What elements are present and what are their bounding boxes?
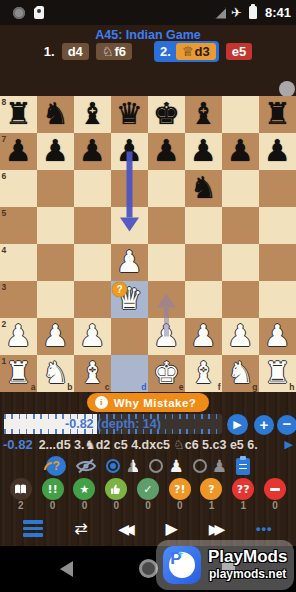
black-king-e8[interactable]: ♚: [148, 96, 185, 133]
white-pawn-e2[interactable]: ♟: [148, 318, 185, 355]
square-h1[interactable]: h♜: [259, 355, 296, 392]
hint-icon[interactable]: ?: [46, 456, 66, 476]
square-e4[interactable]: [148, 244, 185, 281]
move-number-2: 2.: [160, 44, 171, 59]
square-b8[interactable]: ♞: [37, 96, 74, 133]
square-c5[interactable]: [74, 207, 111, 244]
square-f1[interactable]: f♝: [185, 355, 222, 392]
square-h7[interactable]: ♟: [259, 133, 296, 170]
rank-label: 3: [2, 282, 7, 292]
square-h3[interactable]: [259, 281, 296, 318]
no-sim-icon: [214, 7, 226, 19]
playmods-url: playmods.net: [209, 567, 286, 581]
black-pawn-c7[interactable]: ♟: [74, 133, 111, 170]
playmods-logo: P +: [163, 546, 201, 584]
square-e8[interactable]: ♚: [148, 96, 185, 133]
forward-icon[interactable]: ▶▶: [209, 521, 226, 537]
annotation-great[interactable]: ★0: [71, 478, 97, 512]
square-d7[interactable]: ♟: [111, 133, 148, 170]
good-count: 0: [113, 501, 119, 511]
great-count: 0: [82, 501, 88, 511]
square-c2[interactable]: ♟: [74, 318, 111, 355]
square-e5[interactable]: [148, 207, 185, 244]
brilliant-count: 0: [50, 501, 56, 511]
square-c7[interactable]: ♟: [74, 133, 111, 170]
engine-plus-button[interactable]: +: [254, 415, 274, 435]
blunder-icon: ??: [232, 478, 254, 500]
square-h5[interactable]: [259, 207, 296, 244]
radio-white-side[interactable]: [149, 459, 163, 473]
square-f7[interactable]: ♟: [185, 133, 222, 170]
black-rook-a8[interactable]: ♜: [0, 96, 37, 133]
rank-label: 6: [2, 171, 7, 181]
square-d8[interactable]: ♛: [111, 96, 148, 133]
eye-off-icon[interactable]: [75, 458, 97, 474]
black-pawn-g7[interactable]: ♟: [222, 133, 259, 170]
sd-card-icon: [34, 6, 44, 19]
square-b6[interactable]: [37, 170, 74, 207]
engine-minus-button[interactable]: −: [277, 415, 296, 435]
square-c6[interactable]: [74, 170, 111, 207]
square-d5[interactable]: [111, 207, 148, 244]
square-c4[interactable]: [74, 244, 111, 281]
engine-line-more-icon[interactable]: ▶: [285, 438, 293, 451]
dubious-icon: ?!: [169, 478, 191, 500]
square-c8[interactable]: ♝: [74, 96, 111, 133]
black-pawn-d7[interactable]: ♟: [111, 133, 148, 170]
annotation-mistake[interactable]: ?1: [198, 478, 224, 512]
square-f5[interactable]: [185, 207, 222, 244]
move-number-1: 1.: [44, 44, 55, 59]
chess-board[interactable]: 8♜♞♝♛♚♝♜7♟♟♟♟♟♟♟♟6♞54♟3♛2♟♟♟♟♟♟♟1a♜b♞c♝d…: [0, 96, 296, 392]
ok-icon: ✓: [137, 478, 159, 500]
black-pawn-e7[interactable]: ♟: [148, 133, 185, 170]
annotation-dubious[interactable]: ?!0: [167, 478, 193, 512]
square-b1[interactable]: b♞: [37, 355, 74, 392]
engine-line-moves: 2...d5 3.♞d2 c5 4.dxc5 ♘c6 5.c3 e5 6.: [39, 437, 285, 452]
why-mistake-button[interactable]: i Why Mistake?: [87, 393, 210, 412]
square-a2[interactable]: 2♟: [0, 318, 37, 355]
eval-gauge[interactable]: -0.82 (depth: 14): [4, 414, 222, 434]
analysis-panel: i Why Mistake? -0.82 (depth: 14) ▶ + − -…: [0, 392, 296, 546]
square-f8[interactable]: ♝: [185, 96, 222, 133]
chess-analysis-app: ✈ 8:41 A45: Indian Game 1. d4 ♘f6 2. ♕d3…: [0, 0, 296, 592]
losing-icon: [264, 478, 286, 500]
clipboard-icon[interactable]: [236, 458, 250, 475]
square-g3[interactable]: [222, 281, 259, 318]
rank-label: 4: [2, 245, 7, 255]
mistake-icon: ?: [200, 478, 222, 500]
white-pawn-c2[interactable]: ♟: [74, 318, 111, 355]
white-rook-h1[interactable]: ♜: [259, 355, 296, 392]
clock: 8:41: [265, 5, 291, 20]
square-e6[interactable]: [148, 170, 185, 207]
square-d1[interactable]: d: [111, 355, 148, 392]
black-pawn-a7[interactable]: ♟: [0, 133, 37, 170]
annotation-good[interactable]: 0: [103, 478, 129, 512]
white-pawn-h2[interactable]: ♟: [259, 318, 296, 355]
brilliant-icon: !!: [42, 478, 64, 500]
square-b3[interactable]: [37, 281, 74, 318]
square-a3[interactable]: 3: [0, 281, 37, 318]
annotation-book-moves[interactable]: 2: [8, 478, 34, 512]
square-e3[interactable]: [148, 281, 185, 318]
playmods-title: PlayMods: [208, 547, 287, 567]
move-quality-counters: 2!!0★00✓0?!0?1??10: [0, 478, 296, 512]
square-f3[interactable]: [185, 281, 222, 318]
black-bishop-c8[interactable]: ♝: [74, 96, 111, 133]
white-pawn-b2[interactable]: ♟: [37, 318, 74, 355]
engine-play-button[interactable]: ▶: [227, 414, 248, 435]
white-rook-a1[interactable]: ♜: [0, 355, 37, 392]
back-icon[interactable]: [60, 561, 73, 577]
black-pawn-h7[interactable]: ♟: [259, 133, 296, 170]
opening-title-bar: A45: Indian Game: [0, 25, 296, 39]
white-pawn-d4[interactable]: ♟: [111, 244, 148, 281]
white-knight-b1[interactable]: ♞: [37, 355, 74, 392]
move-list: 1. d4 ♘f6 2. ♕d3 e5: [0, 40, 296, 62]
black-pawn-f7[interactable]: ♟: [185, 133, 222, 170]
square-g1[interactable]: g♞: [222, 355, 259, 392]
pawn-black-icon: ♟: [212, 456, 227, 476]
info-icon: i: [95, 396, 108, 409]
black-queen-d8[interactable]: ♛: [111, 96, 148, 133]
square-a5[interactable]: 5: [0, 207, 37, 244]
mistake-count: 1: [209, 501, 215, 511]
square-b5[interactable]: [37, 207, 74, 244]
rewind-icon[interactable]: ◀◀: [118, 521, 135, 537]
queen-glyph: ♕: [182, 44, 194, 59]
square-g5[interactable]: [222, 207, 259, 244]
flip-board-icon[interactable]: ⇄: [74, 521, 87, 537]
square-g7[interactable]: ♟: [222, 133, 259, 170]
square-a4[interactable]: 4: [0, 244, 37, 281]
play-icon[interactable]: ▶: [166, 521, 178, 537]
black-bishop-f8[interactable]: ♝: [185, 96, 222, 133]
book-moves-count: 2: [18, 501, 24, 511]
notification-dot-icon: [13, 7, 25, 19]
file-label: d: [141, 382, 146, 392]
engine-line-eval: -0.82: [3, 437, 33, 452]
square-b4[interactable]: [37, 244, 74, 281]
engine-line[interactable]: -0.82 2...d5 3.♞d2 c5 4.dxc5 ♘c6 5.c3 e5…: [0, 435, 296, 454]
black-knight-b8[interactable]: ♞: [37, 96, 74, 133]
airplane-mode-icon: ✈: [231, 6, 242, 19]
square-f2[interactable]: ♟: [185, 318, 222, 355]
floating-bubble[interactable]: [279, 81, 295, 97]
square-h8[interactable]: ♜: [259, 96, 296, 133]
pawn-both-icon: ♟: [125, 456, 140, 476]
white-bishop-c1[interactable]: ♝: [74, 355, 111, 392]
radio-black-side[interactable]: [193, 459, 207, 473]
radio-both-sides-selected[interactable]: [106, 459, 120, 473]
move-2-white-selected[interactable]: 2. ♕d3: [154, 41, 219, 62]
black-knight-f6[interactable]: ♞: [185, 170, 222, 207]
square-d4[interactable]: ♟: [111, 244, 148, 281]
white-bishop-f1[interactable]: ♝: [185, 355, 222, 392]
square-e1[interactable]: e♚: [148, 355, 185, 392]
book-moves-icon: [10, 478, 32, 500]
white-pawn-a2[interactable]: ♟: [0, 318, 37, 355]
square-a7[interactable]: 7♟: [0, 133, 37, 170]
square-b2[interactable]: ♟: [37, 318, 74, 355]
white-king-e1[interactable]: ♚: [148, 355, 185, 392]
annotation-losing[interactable]: 0: [262, 478, 288, 512]
white-pawn-f2[interactable]: ♟: [185, 318, 222, 355]
dubious-count: 0: [177, 501, 183, 511]
move-2-white-mistake[interactable]: ♕d3: [176, 43, 216, 60]
losing-count: 0: [272, 501, 278, 511]
annotation-brilliant[interactable]: !!0: [40, 478, 66, 512]
analysis-options: ? ♟ ♟ ♟: [0, 454, 296, 478]
android-status-bar: ✈ 8:41: [0, 0, 296, 25]
eval-label: -0.82 (depth: 14): [4, 414, 222, 434]
mistake-badge-icon: ?: [112, 282, 127, 297]
black-rook-h8[interactable]: ♜: [259, 96, 296, 133]
white-pawn-g2[interactable]: ♟: [222, 318, 259, 355]
move-2-black-blunder[interactable]: e5: [226, 43, 252, 60]
square-g6[interactable]: [222, 170, 259, 207]
square-f4[interactable]: [185, 244, 222, 281]
square-h6[interactable]: [259, 170, 296, 207]
square-f6[interactable]: ♞: [185, 170, 222, 207]
battery-icon: [249, 6, 257, 19]
square-a1[interactable]: 1a♜: [0, 355, 37, 392]
square-a6[interactable]: 6: [0, 170, 37, 207]
more-options-icon[interactable]: •••: [256, 521, 273, 536]
square-g8[interactable]: [222, 96, 259, 133]
square-d2[interactable]: [111, 318, 148, 355]
blunder-count: 1: [240, 501, 246, 511]
white-knight-g1[interactable]: ♞: [222, 355, 259, 392]
square-c1[interactable]: c♝: [74, 355, 111, 392]
black-pawn-b7[interactable]: ♟: [37, 133, 74, 170]
square-a8[interactable]: 8♜: [0, 96, 37, 133]
square-g2[interactable]: ♟: [222, 318, 259, 355]
pawn-white-icon: ♟: [168, 456, 183, 476]
square-c3[interactable]: [74, 281, 111, 318]
square-e7[interactable]: ♟: [148, 133, 185, 170]
great-icon: ★: [73, 478, 95, 500]
square-g4[interactable]: [222, 244, 259, 281]
rank-label: 5: [2, 208, 7, 218]
menu-icon[interactable]: [23, 520, 43, 537]
annotation-ok[interactable]: ✓0: [135, 478, 161, 512]
move-1-black[interactable]: ♘f6: [96, 43, 132, 60]
square-h2[interactable]: ♟: [259, 318, 296, 355]
annotation-blunder[interactable]: ??1: [230, 478, 256, 512]
square-h4[interactable]: [259, 244, 296, 281]
square-b7[interactable]: ♟: [37, 133, 74, 170]
playmods-watermark[interactable]: P + PlayMods playmods.net: [156, 540, 294, 590]
ok-count: 0: [145, 501, 151, 511]
square-d6[interactable]: [111, 170, 148, 207]
square-e2[interactable]: ♟: [148, 318, 185, 355]
good-icon: [105, 478, 127, 500]
knight-glyph: ♘: [102, 44, 114, 59]
move-1-white[interactable]: d4: [62, 43, 89, 60]
why-mistake-label: Why Mistake?: [114, 397, 197, 409]
